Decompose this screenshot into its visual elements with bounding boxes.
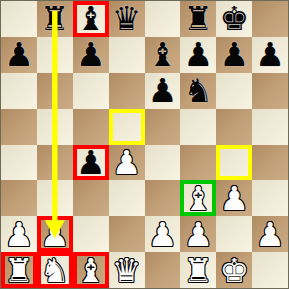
square-c6[interactable] xyxy=(73,73,109,109)
square-g4[interactable] xyxy=(216,145,252,181)
white-pawn-g3[interactable]: ♟ xyxy=(219,182,249,215)
black-bishop-c8[interactable]: ♝ xyxy=(76,2,106,35)
square-e6[interactable]: ♟ xyxy=(145,73,181,109)
square-h3[interactable] xyxy=(252,180,288,216)
square-c2[interactable] xyxy=(73,216,109,252)
white-king-g1[interactable]: ♚ xyxy=(219,254,249,287)
square-a6[interactable] xyxy=(1,73,37,109)
square-e3[interactable] xyxy=(145,180,181,216)
white-bishop-f3[interactable]: ♝ xyxy=(184,182,214,215)
square-e2[interactable]: ♟ xyxy=(145,216,181,252)
black-pawn-c7[interactable]: ♟ xyxy=(76,38,106,71)
square-f2[interactable]: ♟ xyxy=(180,216,216,252)
white-pawn-d4[interactable]: ♟ xyxy=(112,146,142,179)
square-c8[interactable]: ♝ xyxy=(73,1,109,37)
black-king-g8[interactable]: ♚ xyxy=(219,2,249,35)
square-a8[interactable] xyxy=(1,1,37,37)
square-c4[interactable]: ♟ xyxy=(73,145,109,181)
white-pawn-a2[interactable]: ♟ xyxy=(4,218,34,251)
square-f8[interactable]: ♜ xyxy=(180,1,216,37)
square-g2[interactable] xyxy=(216,216,252,252)
white-pawn-b2[interactable]: ♟ xyxy=(40,218,70,251)
square-f6[interactable]: ♞ xyxy=(180,73,216,109)
square-d6[interactable] xyxy=(109,73,145,109)
board-grid: ♜♝♛♜♚♟♟♝♟♟♟♟♞♟♟♝♟♟♟♟♟♟♜♞♝♛♜♚ xyxy=(1,1,288,288)
black-bishop-e7[interactable]: ♝ xyxy=(148,38,178,71)
square-b1[interactable]: ♞ xyxy=(37,252,73,288)
square-d3[interactable] xyxy=(109,180,145,216)
square-d7[interactable] xyxy=(109,37,145,73)
white-queen-d1[interactable]: ♛ xyxy=(112,254,142,287)
square-f7[interactable]: ♟ xyxy=(180,37,216,73)
square-h6[interactable] xyxy=(252,73,288,109)
black-pawn-f7[interactable]: ♟ xyxy=(184,38,214,71)
square-g1[interactable]: ♚ xyxy=(216,252,252,288)
black-pawn-h7[interactable]: ♟ xyxy=(255,38,285,71)
square-h7[interactable]: ♟ xyxy=(252,37,288,73)
square-h4[interactable] xyxy=(252,145,288,181)
square-b7[interactable] xyxy=(37,37,73,73)
square-b8[interactable]: ♜ xyxy=(37,1,73,37)
square-d2[interactable] xyxy=(109,216,145,252)
square-e4[interactable] xyxy=(145,145,181,181)
square-d8[interactable]: ♛ xyxy=(109,1,145,37)
square-e8[interactable] xyxy=(145,1,181,37)
square-d5[interactable] xyxy=(109,109,145,145)
square-c7[interactable]: ♟ xyxy=(73,37,109,73)
black-pawn-g7[interactable]: ♟ xyxy=(219,38,249,71)
square-h5[interactable] xyxy=(252,109,288,145)
chess-board: ♜♝♛♜♚♟♟♝♟♟♟♟♞♟♟♝♟♟♟♟♟♟♜♞♝♛♜♚ xyxy=(0,0,289,289)
white-rook-a1[interactable]: ♜ xyxy=(4,254,34,287)
square-d1[interactable]: ♛ xyxy=(109,252,145,288)
black-queen-d8[interactable]: ♛ xyxy=(112,2,142,35)
black-pawn-c4[interactable]: ♟ xyxy=(76,146,106,179)
square-a7[interactable]: ♟ xyxy=(1,37,37,73)
square-e1[interactable] xyxy=(145,252,181,288)
square-f1[interactable]: ♜ xyxy=(180,252,216,288)
square-b6[interactable] xyxy=(37,73,73,109)
black-rook-b8[interactable]: ♜ xyxy=(40,2,70,35)
black-pawn-e6[interactable]: ♟ xyxy=(148,74,178,107)
square-a3[interactable] xyxy=(1,180,37,216)
square-g6[interactable] xyxy=(216,73,252,109)
square-f5[interactable] xyxy=(180,109,216,145)
square-a4[interactable] xyxy=(1,145,37,181)
white-rook-f1[interactable]: ♜ xyxy=(184,254,214,287)
white-pawn-f2[interactable]: ♟ xyxy=(184,218,214,251)
square-f3[interactable]: ♝ xyxy=(180,180,216,216)
square-g7[interactable]: ♟ xyxy=(216,37,252,73)
square-b5[interactable] xyxy=(37,109,73,145)
square-a2[interactable]: ♟ xyxy=(1,216,37,252)
square-a5[interactable] xyxy=(1,109,37,145)
square-h2[interactable]: ♟ xyxy=(252,216,288,252)
square-e7[interactable]: ♝ xyxy=(145,37,181,73)
square-g8[interactable]: ♚ xyxy=(216,1,252,37)
square-g3[interactable]: ♟ xyxy=(216,180,252,216)
square-g5[interactable] xyxy=(216,109,252,145)
square-e5[interactable] xyxy=(145,109,181,145)
square-h1[interactable] xyxy=(252,252,288,288)
black-pawn-a7[interactable]: ♟ xyxy=(4,38,34,71)
white-knight-b1[interactable]: ♞ xyxy=(40,254,70,287)
white-bishop-c1[interactable]: ♝ xyxy=(76,254,106,287)
square-b2[interactable]: ♟ xyxy=(37,216,73,252)
square-c5[interactable] xyxy=(73,109,109,145)
white-pawn-e2[interactable]: ♟ xyxy=(148,218,178,251)
square-h8[interactable] xyxy=(252,1,288,37)
square-b4[interactable] xyxy=(37,145,73,181)
white-pawn-h2[interactable]: ♟ xyxy=(255,218,285,251)
square-b3[interactable] xyxy=(37,180,73,216)
square-d4[interactable]: ♟ xyxy=(109,145,145,181)
square-a1[interactable]: ♜ xyxy=(1,252,37,288)
square-f4[interactable] xyxy=(180,145,216,181)
square-c1[interactable]: ♝ xyxy=(73,252,109,288)
black-rook-f8[interactable]: ♜ xyxy=(184,2,214,35)
square-c3[interactable] xyxy=(73,180,109,216)
black-knight-f6[interactable]: ♞ xyxy=(184,74,214,107)
